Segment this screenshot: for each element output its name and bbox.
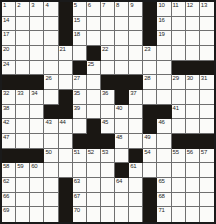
block-cell [143,207,157,222]
clue-number: 47 [3,134,9,141]
white-cell[interactable] [87,90,101,105]
clue-number: 52 [88,149,94,156]
white-cell[interactable] [101,17,115,32]
clue-number: 17 [3,31,9,38]
white-cell[interactable]: 16 [157,17,171,32]
white-cell[interactable]: 28 [143,75,157,90]
white-cell[interactable] [30,119,44,134]
white-cell[interactable] [186,90,200,105]
white-cell[interactable] [16,119,30,134]
white-cell[interactable] [186,17,200,32]
white-cell[interactable] [44,207,58,222]
block-cell [59,2,73,17]
white-cell[interactable] [16,31,30,46]
clue-number: 42 [3,119,9,126]
block-cell [129,149,143,164]
white-cell[interactable] [200,119,214,134]
white-cell[interactable] [30,17,44,32]
white-cell[interactable] [129,105,143,120]
white-cell[interactable]: 33 [16,90,30,105]
white-cell[interactable]: 30 [186,75,200,90]
clue-number: 44 [60,119,66,126]
block-cell [87,134,101,149]
white-cell[interactable] [59,134,73,149]
white-cell[interactable] [87,207,101,222]
white-cell[interactable] [44,31,58,46]
white-cell[interactable] [73,119,87,134]
white-cell[interactable]: 38 [2,105,16,120]
white-cell[interactable]: 67 [73,193,87,208]
white-cell[interactable] [30,178,44,193]
white-cell[interactable] [172,207,186,222]
white-cell[interactable] [30,207,44,222]
clue-number: 65 [158,178,164,185]
white-cell[interactable] [44,61,58,76]
clue-number: 7 [102,2,105,9]
clue-number: 21 [60,46,66,53]
clue-number: 70 [74,207,80,214]
white-cell[interactable]: 20 [2,46,16,61]
clue-number: 13 [201,2,207,9]
white-cell[interactable]: 9 [129,2,143,17]
white-cell[interactable] [129,178,143,193]
white-cell[interactable]: 63 [73,178,87,193]
white-cell[interactable]: 6 [87,2,101,17]
clue-number: 29 [173,75,179,82]
block-cell [172,61,186,76]
white-cell[interactable] [115,31,129,46]
white-cell[interactable]: 43 [44,119,58,134]
white-cell[interactable]: 24 [2,61,16,76]
white-cell[interactable]: 71 [157,207,171,222]
white-cell[interactable]: 42 [2,119,16,134]
block-cell [115,75,129,90]
white-cell[interactable] [143,61,157,76]
white-cell[interactable] [157,163,171,178]
block-cell [59,207,73,222]
white-cell[interactable]: 22 [101,46,115,61]
white-cell[interactable] [73,46,87,61]
block-cell [30,149,44,164]
white-cell[interactable] [87,178,101,193]
white-cell[interactable] [143,90,157,105]
clue-number: 36 [102,90,108,97]
clue-number: 43 [45,119,51,126]
white-cell[interactable] [44,163,58,178]
clue-number: 25 [88,61,94,68]
white-cell[interactable] [200,207,214,222]
white-cell[interactable] [172,193,186,208]
block-cell [143,119,157,134]
clue-number: 19 [158,31,164,38]
block-cell [115,163,129,178]
clue-number: 10 [158,2,164,9]
white-cell[interactable] [101,178,115,193]
clue-number: 11 [173,2,179,9]
white-cell[interactable] [101,105,115,120]
white-cell[interactable] [129,134,143,149]
white-cell[interactable]: 58 [2,163,16,178]
white-cell[interactable] [143,163,157,178]
white-cell[interactable] [101,61,115,76]
white-cell[interactable] [87,31,101,46]
clue-number: 57 [201,149,207,156]
white-cell[interactable] [157,90,171,105]
white-cell[interactable]: 18 [73,31,87,46]
white-cell[interactable] [44,46,58,61]
block-cell [30,75,44,90]
white-cell[interactable]: 45 [101,119,115,134]
block-cell [59,31,73,46]
white-cell[interactable] [87,163,101,178]
white-cell[interactable]: 2 [16,2,30,17]
white-cell[interactable]: 27 [73,75,87,90]
white-cell[interactable] [200,105,214,120]
white-cell[interactable]: 32 [2,90,16,105]
white-cell[interactable] [157,46,171,61]
block-cell [143,2,157,17]
clue-number: 60 [31,163,37,170]
block-cell [59,193,73,208]
clue-number: 50 [45,149,51,156]
white-cell[interactable]: 48 [115,134,129,149]
clue-number: 46 [158,119,164,126]
white-cell[interactable]: 36 [101,90,115,105]
white-cell[interactable] [129,119,143,134]
white-cell[interactable] [30,134,44,149]
white-cell[interactable] [87,105,101,120]
white-cell[interactable] [186,46,200,61]
white-cell[interactable] [101,207,115,222]
white-cell[interactable]: 26 [44,75,58,90]
white-cell[interactable]: 47 [2,134,16,149]
clue-number: 59 [17,163,23,170]
white-cell[interactable] [172,31,186,46]
white-cell[interactable] [172,119,186,134]
white-cell[interactable] [200,193,214,208]
clue-number: 38 [3,105,9,112]
clue-number: 33 [17,90,23,97]
clue-number: 62 [3,178,9,185]
white-cell[interactable] [129,46,143,61]
clue-number: 51 [74,149,80,156]
clue-number: 64 [116,178,122,185]
white-cell[interactable]: 4 [44,2,58,17]
clue-number: 69 [3,207,9,214]
white-cell[interactable]: 70 [73,207,87,222]
white-cell[interactable]: 41 [172,105,186,120]
white-cell[interactable] [200,163,214,178]
clue-number: 2 [17,2,20,9]
clue-number: 71 [158,207,164,214]
white-cell[interactable]: 19 [157,31,171,46]
white-cell[interactable]: 35 [73,90,87,105]
white-cell[interactable]: 61 [129,163,143,178]
white-cell[interactable]: 29 [172,75,186,90]
block-cell [101,75,115,90]
clue-number: 3 [31,2,34,9]
white-cell[interactable] [157,134,171,149]
white-cell[interactable] [30,105,44,120]
white-cell[interactable]: 68 [157,193,171,208]
clue-number: 68 [158,193,164,200]
white-cell[interactable] [16,17,30,32]
clue-number: 5 [74,2,77,9]
white-cell[interactable] [157,75,171,90]
crossword-board: 1234567891011121314151617181920212223242… [0,0,216,224]
white-cell[interactable]: 40 [115,105,129,120]
white-cell[interactable]: 14 [2,17,16,32]
white-cell[interactable] [44,17,58,32]
clue-number: 63 [74,178,80,185]
white-cell[interactable]: 66 [2,193,16,208]
block-cell [101,134,115,149]
clue-number: 54 [144,149,150,156]
white-cell[interactable] [200,31,214,46]
white-cell[interactable]: 50 [44,149,58,164]
white-cell[interactable] [186,119,200,134]
white-cell[interactable]: 31 [200,75,214,90]
white-cell[interactable] [115,17,129,32]
white-cell[interactable]: 53 [101,149,115,164]
clue-number: 9 [130,2,133,9]
block-cell [87,46,101,61]
block-cell [2,75,16,90]
white-cell[interactable] [44,178,58,193]
clue-number: 24 [3,61,9,68]
white-cell[interactable] [87,17,101,32]
white-cell[interactable]: 57 [200,149,214,164]
block-cell [73,134,87,149]
block-cell [59,90,73,105]
clue-number: 22 [102,46,108,53]
white-cell[interactable]: 34 [30,90,44,105]
white-cell[interactable]: 10 [157,2,171,17]
white-cell[interactable] [200,17,214,32]
white-cell[interactable] [16,61,30,76]
white-cell[interactable] [129,207,143,222]
white-cell[interactable] [129,31,143,46]
block-cell [44,105,58,120]
white-cell[interactable]: 62 [2,178,16,193]
clue-number: 26 [45,75,51,82]
clue-number: 16 [158,17,164,24]
white-cell[interactable] [172,178,186,193]
clue-number: 40 [116,105,122,112]
block-cell [115,90,129,105]
white-cell[interactable] [59,75,73,90]
block-cell [157,105,171,120]
white-cell[interactable] [172,17,186,32]
white-cell[interactable]: 13 [200,2,214,17]
white-cell[interactable]: 8 [115,2,129,17]
white-cell[interactable] [129,193,143,208]
white-cell[interactable] [16,178,30,193]
clue-number: 49 [144,134,150,141]
clue-number: 37 [130,90,136,97]
clue-number: 30 [187,75,193,82]
white-cell[interactable] [30,61,44,76]
block-cell [200,61,214,76]
white-cell[interactable]: 3 [30,2,44,17]
white-cell[interactable]: 15 [73,17,87,32]
block-cell [200,134,214,149]
clue-number: 31 [201,75,207,82]
white-cell[interactable] [186,178,200,193]
clue-number: 41 [173,105,179,112]
white-cell[interactable] [172,46,186,61]
white-cell[interactable] [59,61,73,76]
white-cell[interactable] [87,193,101,208]
white-cell[interactable] [157,149,171,164]
white-cell[interactable]: 56 [186,149,200,164]
white-cell[interactable]: 17 [2,31,16,46]
clue-number: 23 [144,46,150,53]
block-cell [143,31,157,46]
white-cell[interactable] [200,178,214,193]
white-cell[interactable]: 60 [30,163,44,178]
clue-number: 66 [3,193,9,200]
white-cell[interactable]: 25 [87,61,101,76]
block-cell [143,178,157,193]
white-cell[interactable] [172,163,186,178]
white-cell[interactable]: 12 [186,2,200,17]
white-cell[interactable]: 1 [2,2,16,17]
white-cell[interactable] [16,207,30,222]
clue-number: 39 [74,105,80,112]
white-cell[interactable] [115,193,129,208]
clue-number: 14 [3,17,9,24]
clue-number: 20 [3,46,9,53]
clue-number: 1 [3,2,6,9]
white-cell[interactable]: 39 [73,105,87,120]
white-cell[interactable] [44,90,58,105]
white-cell[interactable]: 49 [143,134,157,149]
block-cell [186,134,200,149]
clue-number: 56 [187,149,193,156]
white-cell[interactable]: 52 [87,149,101,164]
white-cell[interactable]: 65 [157,178,171,193]
clue-number: 61 [130,163,136,170]
white-cell[interactable] [186,207,200,222]
white-cell[interactable] [186,193,200,208]
white-cell[interactable] [59,163,73,178]
clue-number: 12 [187,2,193,9]
white-cell[interactable] [129,61,143,76]
white-cell[interactable] [172,90,186,105]
white-cell[interactable] [101,193,115,208]
clue-number: 35 [74,90,80,97]
clue-number: 15 [74,17,80,24]
block-cell [143,105,157,120]
white-cell[interactable] [200,46,214,61]
clue-number: 8 [116,2,119,9]
white-cell[interactable]: 44 [59,119,73,134]
white-cell[interactable] [30,193,44,208]
white-cell[interactable] [101,163,115,178]
white-cell[interactable]: 46 [157,119,171,134]
clue-number: 27 [74,75,80,82]
clue-number: 53 [102,149,108,156]
white-cell[interactable]: 69 [2,207,16,222]
block-cell [129,75,143,90]
white-cell[interactable] [115,61,129,76]
white-cell[interactable]: 7 [101,2,115,17]
white-cell[interactable]: 5 [73,2,87,17]
white-cell[interactable] [16,105,30,120]
clue-number: 45 [102,119,108,126]
block-cell [87,119,101,134]
clue-number: 32 [3,90,9,97]
clue-number: 55 [173,149,179,156]
white-cell[interactable] [59,149,73,164]
white-cell[interactable]: 23 [143,46,157,61]
white-cell[interactable] [101,31,115,46]
block-cell [73,61,87,76]
block-cell [172,134,186,149]
white-cell[interactable]: 37 [129,90,143,105]
clue-number: 48 [116,134,122,141]
white-cell[interactable] [30,31,44,46]
white-cell[interactable] [186,31,200,46]
white-cell[interactable] [115,119,129,134]
white-cell[interactable]: 64 [115,178,129,193]
white-cell[interactable] [200,90,214,105]
clue-number: 67 [74,193,80,200]
white-cell[interactable] [186,163,200,178]
block-cell [59,178,73,193]
white-cell[interactable]: 54 [143,149,157,164]
block-cell [186,61,200,76]
clue-number: 4 [45,2,48,9]
block-cell [143,193,157,208]
white-cell[interactable] [30,46,44,61]
white-cell[interactable] [157,61,171,76]
white-cell[interactable]: 55 [172,149,186,164]
block-cell [2,149,16,164]
white-cell[interactable] [115,46,129,61]
clue-number: 58 [3,163,9,170]
white-cell[interactable]: 51 [73,149,87,164]
white-cell[interactable] [44,193,58,208]
white-cell[interactable] [16,134,30,149]
block-cell [16,149,30,164]
white-cell[interactable] [87,75,101,90]
white-cell[interactable] [73,163,87,178]
white-cell[interactable] [186,105,200,120]
block-cell [59,105,73,120]
white-cell[interactable] [129,17,143,32]
block-cell [59,17,73,32]
white-cell[interactable] [16,193,30,208]
block-cell [143,17,157,32]
white-cell[interactable] [44,134,58,149]
white-cell[interactable]: 59 [16,163,30,178]
white-cell[interactable] [115,149,129,164]
clue-number: 6 [88,2,91,9]
clue-number: 34 [31,90,37,97]
block-cell [16,75,30,90]
clue-number: 28 [144,75,150,82]
white-cell[interactable] [115,207,129,222]
white-cell[interactable] [16,46,30,61]
clue-number: 18 [74,31,80,38]
white-cell[interactable]: 11 [172,2,186,17]
white-cell[interactable]: 21 [59,46,73,61]
